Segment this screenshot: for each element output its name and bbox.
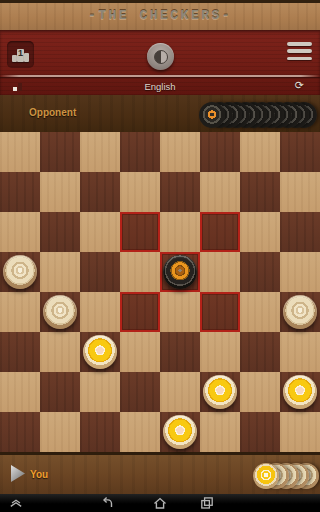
board-square[interactable] — [0, 372, 40, 412]
board-square[interactable] — [240, 372, 280, 412]
board-square[interactable] — [160, 292, 200, 332]
board-square[interactable] — [280, 172, 320, 212]
board-square[interactable] — [40, 332, 80, 372]
board-square[interactable] — [280, 332, 320, 372]
board-square[interactable] — [80, 132, 120, 172]
board-square[interactable] — [120, 212, 160, 252]
opponent-piece-tray — [199, 102, 318, 129]
board-square[interactable] — [160, 332, 200, 372]
board-square[interactable] — [120, 292, 160, 332]
opponent-bar: Opponent — [0, 95, 320, 132]
checker-white[interactable] — [283, 295, 317, 329]
language-value[interactable]: English — [0, 81, 320, 92]
board-square[interactable] — [40, 252, 80, 292]
half-circle-icon — [154, 50, 168, 64]
hamburger-icon — [287, 49, 312, 53]
recents-icon[interactable] — [199, 496, 215, 510]
board-square[interactable] — [0, 132, 40, 172]
contrast-button[interactable] — [147, 43, 174, 70]
board-square[interactable] — [160, 132, 200, 172]
board-square[interactable] — [280, 412, 320, 452]
board-square[interactable] — [280, 132, 320, 172]
board-square[interactable] — [0, 172, 40, 212]
board-square[interactable] — [80, 212, 120, 252]
board-square[interactable] — [240, 132, 280, 172]
player-piece-tray — [253, 463, 320, 490]
checker-white[interactable] — [3, 255, 37, 289]
board-square[interactable] — [160, 252, 200, 292]
board-square[interactable] — [200, 412, 240, 452]
board-square[interactable] — [40, 212, 80, 252]
board-square[interactable] — [120, 172, 160, 212]
divider — [0, 75, 320, 77]
checker-yellow[interactable] — [163, 415, 197, 449]
board-square[interactable] — [200, 292, 240, 332]
board-square[interactable] — [160, 172, 200, 212]
board-square[interactable] — [240, 212, 280, 252]
player-label: You — [30, 469, 48, 480]
hamburger-icon — [287, 42, 312, 46]
board-square[interactable] — [40, 292, 80, 332]
title-bar: -THE CHECKERS- — [0, 0, 320, 30]
checker-yellow[interactable] — [83, 335, 117, 369]
language-row[interactable]: English ⟳ — [0, 80, 320, 95]
hamburger-icon — [287, 57, 312, 61]
board-square[interactable] — [240, 292, 280, 332]
board-square[interactable] — [120, 412, 160, 452]
checker-black[interactable] — [163, 255, 197, 289]
board-square[interactable] — [80, 412, 120, 452]
board-square[interactable] — [80, 372, 120, 412]
board-square[interactable] — [280, 292, 320, 332]
board-square[interactable] — [80, 292, 120, 332]
board-square[interactable] — [0, 332, 40, 372]
board-square[interactable] — [240, 172, 280, 212]
board-square[interactable] — [160, 372, 200, 412]
board-square[interactable] — [0, 252, 40, 292]
menu-button[interactable] — [287, 42, 313, 66]
board-square[interactable] — [40, 412, 80, 452]
podium-icon — [24, 53, 29, 62]
small-apps-icon[interactable] — [8, 496, 24, 510]
board-square[interactable] — [120, 372, 160, 412]
board-square[interactable] — [240, 252, 280, 292]
board-square[interactable] — [200, 212, 240, 252]
opponent-label: Opponent — [29, 107, 76, 118]
board-square[interactable] — [280, 372, 320, 412]
board-square[interactable] — [120, 132, 160, 172]
checker-yellow[interactable] — [283, 375, 317, 409]
board-square[interactable] — [200, 252, 240, 292]
checker-yellow[interactable] — [203, 375, 237, 409]
board-square[interactable] — [80, 252, 120, 292]
home-icon[interactable] — [152, 496, 168, 510]
podium-rank-label: 1 — [17, 48, 24, 58]
menu-bar: 1 English ⟳ — [0, 30, 320, 95]
back-icon[interactable] — [99, 496, 115, 510]
app-title: -THE CHECKERS- — [0, 8, 320, 23]
board-square[interactable] — [40, 172, 80, 212]
board-square[interactable] — [40, 372, 80, 412]
board-square[interactable] — [160, 412, 200, 452]
board-square[interactable] — [80, 172, 120, 212]
app-screen: -THE CHECKERS- 1 English ⟳ Opponent — [0, 0, 320, 512]
board-square[interactable] — [0, 292, 40, 332]
board-square[interactable] — [200, 372, 240, 412]
board-square[interactable] — [80, 332, 120, 372]
board-square[interactable] — [200, 132, 240, 172]
board-square[interactable] — [40, 132, 80, 172]
play-triangle-icon — [11, 465, 25, 482]
board-square[interactable] — [120, 252, 160, 292]
board-square[interactable] — [280, 212, 320, 252]
board — [0, 132, 320, 452]
board-square[interactable] — [240, 332, 280, 372]
tray-checker-black — [199, 102, 225, 128]
board-square[interactable] — [200, 172, 240, 212]
board-square[interactable] — [240, 412, 280, 452]
leaderboard-button[interactable]: 1 — [7, 41, 34, 68]
board-square[interactable] — [0, 412, 40, 452]
board-square[interactable] — [280, 252, 320, 292]
android-nav-bar — [0, 494, 320, 512]
player-bar: You — [0, 452, 320, 494]
cycle-arrow-icon[interactable]: ⟳ — [295, 79, 304, 92]
board-square[interactable] — [0, 212, 40, 252]
board-square[interactable] — [200, 332, 240, 372]
board-square[interactable] — [120, 332, 160, 372]
checker-white[interactable] — [43, 295, 77, 329]
tray-checker-yellow — [253, 463, 279, 489]
board-square[interactable] — [160, 212, 200, 252]
